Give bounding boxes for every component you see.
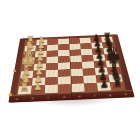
square-h7: ♟ <box>97 82 112 91</box>
square-h6 <box>84 83 98 92</box>
square-h5 <box>71 83 85 92</box>
square-h4 <box>58 84 71 93</box>
product-photo-canvas: ♜♟♟♜♞♟♟♞♝♟♟♝♛♟♟♛♚♟♟♚♝♟♟♝♞♟♟♞♜♟♟♜ abcdefg… <box>0 0 140 140</box>
square-h8: ♜ <box>110 82 125 91</box>
rim-coordinate-f: f <box>94 94 96 98</box>
square-e6 <box>82 61 95 68</box>
rim-coordinate-g: g <box>108 93 112 97</box>
square-h1: ♜ <box>18 86 32 95</box>
rim-coordinate-h: h <box>124 92 128 96</box>
square-h3 <box>44 85 57 94</box>
brass-clasp <box>13 69 16 71</box>
piece-white-rook: ♜ <box>17 81 31 93</box>
rim-coordinate-d: d <box>62 95 65 99</box>
board-rim: ♜♟♟♜♞♟♟♞♝♟♟♝♛♟♟♛♚♟♟♚♝♟♟♝♞♟♟♞♜♟♟♜ abcdefg… <box>8 34 134 103</box>
square-h2: ♟ <box>31 85 45 94</box>
rim-coordinate-c: c <box>47 96 50 100</box>
piece-black-pawn: ♟ <box>97 79 111 90</box>
chessboard-scene: ♜♟♟♜♞♟♟♞♝♟♟♝♛♟♟♛♚♟♟♚♝♟♟♝♞♟♟♞♜♟♟♜ abcdefg… <box>8 34 134 103</box>
rim-coordinate-e: e <box>78 94 81 98</box>
square-c4 <box>58 50 70 57</box>
square-f5 <box>70 69 83 77</box>
rim-coordinate-a: a <box>15 97 18 101</box>
piece-black-rook: ♜ <box>111 77 125 89</box>
piece-white-pawn: ♟ <box>31 82 45 93</box>
rim-coordinate-b: b <box>31 96 34 100</box>
